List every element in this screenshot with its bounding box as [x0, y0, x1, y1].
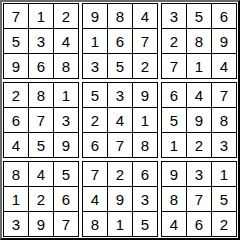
cell-r4c1[interactable]: 2 — [4, 83, 28, 107]
cell-r1c1[interactable]: 7 — [4, 4, 28, 28]
cell-r5c1[interactable]: 6 — [4, 108, 28, 132]
cell-r2c3[interactable]: 4 — [54, 29, 78, 53]
cell-r5c7[interactable]: 5 — [162, 108, 186, 132]
cell-r2c7[interactable]: 2 — [162, 29, 186, 53]
cell-r8c2[interactable]: 2 — [29, 187, 53, 211]
cell-r2c4[interactable]: 1 — [83, 29, 107, 53]
cell-r9c3[interactable]: 7 — [54, 212, 78, 236]
cell-r6c7[interactable]: 1 — [162, 133, 186, 157]
cell-r9c2[interactable]: 9 — [29, 212, 53, 236]
cell-r9c4[interactable]: 8 — [83, 212, 107, 236]
sudoku-screenshot: 7125349689841673523562897142816734595392… — [0, 0, 240, 240]
cell-r2c2[interactable]: 3 — [29, 29, 53, 53]
box-1: 712534968 — [3, 3, 79, 79]
cell-r9c9[interactable]: 2 — [212, 212, 236, 236]
cell-r7c6[interactable]: 6 — [133, 162, 157, 186]
cell-r6c2[interactable]: 5 — [29, 133, 53, 157]
cell-r4c5[interactable]: 3 — [108, 83, 132, 107]
cell-r5c9[interactable]: 8 — [212, 108, 236, 132]
cell-r4c9[interactable]: 7 — [212, 83, 236, 107]
cell-r7c9[interactable]: 1 — [212, 162, 236, 186]
cell-r3c8[interactable]: 1 — [187, 54, 211, 78]
cell-r8c1[interactable]: 1 — [4, 187, 28, 211]
cell-r7c5[interactable]: 2 — [108, 162, 132, 186]
cell-r1c3[interactable]: 2 — [54, 4, 78, 28]
cell-r7c8[interactable]: 3 — [187, 162, 211, 186]
cell-r3c1[interactable]: 9 — [4, 54, 28, 78]
cell-r8c8[interactable]: 7 — [187, 187, 211, 211]
cell-r8c3[interactable]: 6 — [54, 187, 78, 211]
cell-r4c3[interactable]: 1 — [54, 83, 78, 107]
cell-r6c8[interactable]: 2 — [187, 133, 211, 157]
box-5: 539241678 — [82, 82, 158, 158]
cell-r9c6[interactable]: 5 — [133, 212, 157, 236]
cell-r3c4[interactable]: 3 — [83, 54, 107, 78]
cell-r7c2[interactable]: 4 — [29, 162, 53, 186]
cell-r3c5[interactable]: 5 — [108, 54, 132, 78]
cell-r5c2[interactable]: 7 — [29, 108, 53, 132]
cell-r7c4[interactable]: 7 — [83, 162, 107, 186]
cell-r7c1[interactable]: 8 — [4, 162, 28, 186]
cell-r8c4[interactable]: 4 — [83, 187, 107, 211]
cell-r9c1[interactable]: 3 — [4, 212, 28, 236]
box-9: 931875462 — [161, 161, 237, 237]
sudoku-board-frame: 7125349689841673523562897142816734595392… — [0, 0, 240, 240]
cell-r8c9[interactable]: 5 — [212, 187, 236, 211]
cell-r1c6[interactable]: 4 — [133, 4, 157, 28]
cell-r9c5[interactable]: 1 — [108, 212, 132, 236]
box-7: 845126397 — [3, 161, 79, 237]
cell-r2c6[interactable]: 7 — [133, 29, 157, 53]
box-3: 356289714 — [161, 3, 237, 79]
cell-r4c6[interactable]: 9 — [133, 83, 157, 107]
cell-r6c1[interactable]: 4 — [4, 133, 28, 157]
cell-r6c3[interactable]: 9 — [54, 133, 78, 157]
cell-r2c9[interactable]: 9 — [212, 29, 236, 53]
cell-r4c8[interactable]: 4 — [187, 83, 211, 107]
cell-r6c5[interactable]: 7 — [108, 133, 132, 157]
sudoku-board: 7125349689841673523562897142816734595392… — [3, 3, 237, 237]
cell-r5c5[interactable]: 4 — [108, 108, 132, 132]
cell-r1c7[interactable]: 3 — [162, 4, 186, 28]
cell-r1c9[interactable]: 6 — [212, 4, 236, 28]
box-4: 281673459 — [3, 82, 79, 158]
cell-r7c7[interactable]: 9 — [162, 162, 186, 186]
cell-r5c4[interactable]: 2 — [83, 108, 107, 132]
cell-r6c9[interactable]: 3 — [212, 133, 236, 157]
cell-r1c5[interactable]: 8 — [108, 4, 132, 28]
cell-r1c8[interactable]: 5 — [187, 4, 211, 28]
cell-r2c1[interactable]: 5 — [4, 29, 28, 53]
cell-r3c6[interactable]: 2 — [133, 54, 157, 78]
cell-r9c8[interactable]: 6 — [187, 212, 211, 236]
cell-r3c7[interactable]: 7 — [162, 54, 186, 78]
cell-r5c3[interactable]: 3 — [54, 108, 78, 132]
cell-r4c7[interactable]: 6 — [162, 83, 186, 107]
cell-r5c6[interactable]: 1 — [133, 108, 157, 132]
cell-r2c5[interactable]: 6 — [108, 29, 132, 53]
cell-r8c7[interactable]: 8 — [162, 187, 186, 211]
cell-r3c3[interactable]: 8 — [54, 54, 78, 78]
cell-r3c2[interactable]: 6 — [29, 54, 53, 78]
cell-r2c8[interactable]: 8 — [187, 29, 211, 53]
cell-r9c7[interactable]: 4 — [162, 212, 186, 236]
cell-r6c4[interactable]: 6 — [83, 133, 107, 157]
box-6: 647598123 — [161, 82, 237, 158]
cell-r3c9[interactable]: 4 — [212, 54, 236, 78]
cell-r4c2[interactable]: 8 — [29, 83, 53, 107]
box-2: 984167352 — [82, 3, 158, 79]
cell-r8c5[interactable]: 9 — [108, 187, 132, 211]
cell-r5c8[interactable]: 9 — [187, 108, 211, 132]
cell-r4c4[interactable]: 5 — [83, 83, 107, 107]
cell-r8c6[interactable]: 3 — [133, 187, 157, 211]
cell-r7c3[interactable]: 5 — [54, 162, 78, 186]
cell-r1c2[interactable]: 1 — [29, 4, 53, 28]
box-8: 726493815 — [82, 161, 158, 237]
cell-r6c6[interactable]: 8 — [133, 133, 157, 157]
cell-r1c4[interactable]: 9 — [83, 4, 107, 28]
